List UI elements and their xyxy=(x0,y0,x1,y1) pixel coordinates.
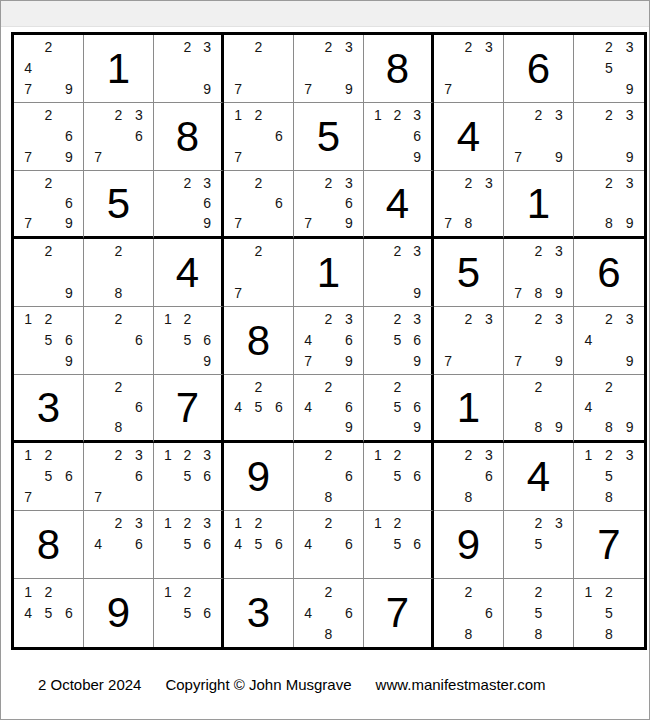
pencil-marks: 1267 xyxy=(228,105,289,167)
pencil-mark-6: 6 xyxy=(339,193,359,213)
footer: 2 October 2024Copyright © John Musgravew… xyxy=(38,676,546,693)
cell-r4c2[interactable]: 28 xyxy=(84,239,154,307)
pencil-mark-7: 7 xyxy=(228,78,248,99)
pencil-mark-7: 7 xyxy=(88,486,108,507)
pencil-mark-2: 2 xyxy=(38,445,58,466)
pencil-mark-1: 1 xyxy=(228,513,248,534)
pencil-mark-1: 1 xyxy=(158,309,178,330)
cell-r3c5[interactable]: 23679 xyxy=(294,171,364,239)
solved-digit: 4 xyxy=(364,171,431,236)
pencil-mark-2: 2 xyxy=(38,105,58,126)
pencil-marks: 2468 xyxy=(298,581,359,644)
pencil-mark-7: 7 xyxy=(508,350,528,371)
pencil-mark-6: 6 xyxy=(479,466,499,487)
pencil-marks: 2367 xyxy=(88,445,149,507)
pencil-mark-2: 2 xyxy=(599,581,620,602)
pencil-marks: 1256 xyxy=(368,445,427,507)
pencil-mark-6: 6 xyxy=(269,193,289,213)
cell-r1c5[interactable]: 2379 xyxy=(294,35,364,103)
cell-r1c9[interactable]: 2359 xyxy=(574,35,644,103)
pencil-mark-6: 6 xyxy=(339,397,359,417)
pencil-mark-7: 7 xyxy=(298,350,318,371)
pencil-mark-2: 2 xyxy=(108,241,128,262)
pencil-mark-7: 7 xyxy=(18,486,38,507)
cell-r8c8[interactable]: 235 xyxy=(504,511,574,579)
cell-r7c4[interactable]: 9 xyxy=(224,443,294,511)
pencil-mark-5: 5 xyxy=(599,602,620,623)
pencil-mark-2: 2 xyxy=(178,445,198,466)
pencil-marks: 268 xyxy=(88,377,149,437)
pencil-mark-2: 2 xyxy=(599,37,620,58)
pencil-mark-4: 4 xyxy=(88,534,108,555)
pencil-marks: 237 xyxy=(438,37,499,99)
pencil-mark-2: 2 xyxy=(528,309,548,330)
pencil-marks: 268 xyxy=(438,581,499,644)
pencil-mark-5: 5 xyxy=(178,602,198,623)
pencil-marks: 2378 xyxy=(438,173,499,233)
pencil-mark-2: 2 xyxy=(318,513,338,534)
pencil-mark-9: 9 xyxy=(619,350,640,371)
pencil-mark-1: 1 xyxy=(368,445,388,466)
pencil-mark-6: 6 xyxy=(269,534,289,555)
cell-r3c2[interactable]: 5 xyxy=(84,171,154,239)
pencil-mark-5: 5 xyxy=(528,534,548,555)
cell-r7c3[interactable]: 12356 xyxy=(154,443,224,511)
pencil-mark-2: 2 xyxy=(38,581,58,602)
pencil-mark-9: 9 xyxy=(339,350,359,371)
cell-r8c5[interactable]: 246 xyxy=(294,511,364,579)
cell-r2c1[interactable]: 2679 xyxy=(14,103,84,171)
cell-r9c4[interactable]: 3 xyxy=(224,579,294,647)
pencil-mark-6: 6 xyxy=(479,602,499,623)
cell-r6c3[interactable]: 7 xyxy=(154,375,224,443)
cell-r1c3[interactable]: 239 xyxy=(154,35,224,103)
pencil-marks: 12456 xyxy=(228,513,289,575)
cell-r2c5[interactable]: 5 xyxy=(294,103,364,171)
pencil-mark-5: 5 xyxy=(388,466,408,487)
cell-r8c4[interactable]: 12456 xyxy=(224,511,294,579)
cell-r6c2[interactable]: 268 xyxy=(84,375,154,443)
pencil-marks: 2379 xyxy=(508,105,569,167)
pencil-mark-2: 2 xyxy=(248,241,268,262)
cell-r1c8[interactable]: 6 xyxy=(504,35,574,103)
solved-digit: 8 xyxy=(224,307,293,374)
pencil-mark-2: 2 xyxy=(178,309,198,330)
pencil-mark-1: 1 xyxy=(578,445,599,466)
cell-r8c1[interactable]: 8 xyxy=(14,511,84,579)
cell-r2c6[interactable]: 12369 xyxy=(364,103,434,171)
solved-digit: 8 xyxy=(14,511,83,578)
cell-r5c8[interactable]: 2379 xyxy=(504,307,574,375)
cell-r5c1[interactable]: 12569 xyxy=(14,307,84,375)
cell-r2c2[interactable]: 2367 xyxy=(84,103,154,171)
pencil-mark-7: 7 xyxy=(18,146,38,167)
pencil-mark-6: 6 xyxy=(197,466,217,487)
cell-r2c7[interactable]: 4 xyxy=(434,103,504,171)
cell-r4c1[interactable]: 29 xyxy=(14,239,84,307)
pencil-mark-6: 6 xyxy=(197,534,217,555)
solved-digit: 7 xyxy=(154,375,221,440)
cell-r9c9[interactable]: 1258 xyxy=(574,579,644,647)
pencil-mark-7: 7 xyxy=(298,78,318,99)
cell-r5c5[interactable]: 234679 xyxy=(294,307,364,375)
pencil-mark-5: 5 xyxy=(248,397,268,417)
solved-digit: 9 xyxy=(84,579,153,647)
pencil-mark-8: 8 xyxy=(528,282,548,303)
cell-r5c7[interactable]: 237 xyxy=(434,307,504,375)
pencil-marks: 239 xyxy=(578,105,640,167)
pencil-mark-2: 2 xyxy=(248,377,268,397)
pencil-mark-2: 2 xyxy=(178,173,198,193)
pencil-marks: 258 xyxy=(508,581,569,644)
pencil-mark-1: 1 xyxy=(158,513,178,534)
pencil-mark-4: 4 xyxy=(18,602,38,623)
pencil-mark-2: 2 xyxy=(318,37,338,58)
pencil-mark-2: 2 xyxy=(528,241,548,262)
pencil-marks: 2679 xyxy=(18,105,79,167)
pencil-mark-3: 3 xyxy=(619,105,640,126)
pencil-mark-9: 9 xyxy=(59,213,79,233)
pencil-marks: 26 xyxy=(88,309,149,371)
pencil-mark-1: 1 xyxy=(228,105,248,126)
pencil-mark-4: 4 xyxy=(298,602,318,623)
pencil-marks: 2569 xyxy=(368,377,427,437)
solved-digit: 3 xyxy=(224,579,293,647)
pencil-mark-2: 2 xyxy=(599,309,620,330)
pencil-mark-5: 5 xyxy=(528,602,548,623)
pencil-mark-2: 2 xyxy=(388,377,408,397)
pencil-mark-5: 5 xyxy=(248,534,268,555)
pencil-mark-3: 3 xyxy=(619,37,640,58)
pencil-marks: 246 xyxy=(298,513,359,575)
pencil-mark-6: 6 xyxy=(407,126,427,147)
pencil-mark-7: 7 xyxy=(18,78,38,99)
pencil-marks: 1258 xyxy=(578,581,640,644)
pencil-mark-7: 7 xyxy=(298,213,318,233)
pencil-mark-3: 3 xyxy=(479,309,499,330)
cell-r9c3[interactable]: 1256 xyxy=(154,579,224,647)
pencil-mark-3: 3 xyxy=(339,173,359,193)
solved-digit: 8 xyxy=(364,35,431,102)
cell-r3c6[interactable]: 4 xyxy=(364,171,434,239)
pencil-mark-8: 8 xyxy=(318,486,338,507)
pencil-mark-7: 7 xyxy=(18,213,38,233)
cell-r4c9[interactable]: 6 xyxy=(574,239,644,307)
cell-r5c3[interactable]: 12569 xyxy=(154,307,224,375)
cell-r5c2[interactable]: 26 xyxy=(84,307,154,375)
cell-r5c6[interactable]: 23569 xyxy=(364,307,434,375)
pencil-mark-3: 3 xyxy=(407,241,427,262)
cell-r6c6[interactable]: 2569 xyxy=(364,375,434,443)
pencil-mark-9: 9 xyxy=(59,282,79,303)
pencil-mark-1: 1 xyxy=(18,309,38,330)
pencil-mark-5: 5 xyxy=(38,330,58,351)
cell-r1c7[interactable]: 237 xyxy=(434,35,504,103)
cell-r5c9[interactable]: 2349 xyxy=(574,307,644,375)
cell-r1c4[interactable]: 27 xyxy=(224,35,294,103)
pencil-mark-6: 6 xyxy=(59,602,79,623)
pencil-mark-9: 9 xyxy=(619,146,640,167)
pencil-mark-8: 8 xyxy=(599,417,620,437)
solved-digit: 5 xyxy=(294,103,363,170)
pencil-mark-6: 6 xyxy=(59,330,79,351)
pencil-mark-2: 2 xyxy=(528,105,548,126)
pencil-mark-7: 7 xyxy=(228,146,248,167)
solved-digit: 4 xyxy=(154,239,221,306)
cell-r2c4[interactable]: 1267 xyxy=(224,103,294,171)
pencil-mark-6: 6 xyxy=(407,397,427,417)
pencil-mark-6: 6 xyxy=(129,126,149,147)
cell-r3c4[interactable]: 267 xyxy=(224,171,294,239)
pencil-mark-3: 3 xyxy=(339,37,359,58)
pencil-mark-2: 2 xyxy=(38,37,58,58)
pencil-mark-5: 5 xyxy=(599,466,620,487)
sudoku-board: 2479123927237982376235926792367812675123… xyxy=(11,32,647,650)
cell-r7c2[interactable]: 2367 xyxy=(84,443,154,511)
pencil-mark-7: 7 xyxy=(438,213,458,233)
cell-r1c1[interactable]: 2479 xyxy=(14,35,84,103)
cell-r7c9[interactable]: 12358 xyxy=(574,443,644,511)
pencil-mark-9: 9 xyxy=(59,146,79,167)
pencil-marks: 2369 xyxy=(158,173,217,233)
cell-r6c9[interactable]: 2489 xyxy=(574,375,644,443)
pencil-mark-9: 9 xyxy=(197,78,217,99)
pencil-marks: 27 xyxy=(228,241,289,303)
cell-r9c8[interactable]: 258 xyxy=(504,579,574,647)
pencil-mark-5: 5 xyxy=(388,534,408,555)
cell-r8c7[interactable]: 9 xyxy=(434,511,504,579)
pencil-mark-2: 2 xyxy=(388,513,408,534)
pencil-mark-7: 7 xyxy=(508,146,528,167)
cell-r9c2[interactable]: 9 xyxy=(84,579,154,647)
pencil-mark-9: 9 xyxy=(197,350,217,371)
pencil-mark-5: 5 xyxy=(388,330,408,351)
pencil-mark-3: 3 xyxy=(197,513,217,534)
pencil-mark-3: 3 xyxy=(619,445,640,466)
cell-r2c3[interactable]: 8 xyxy=(154,103,224,171)
pencil-marks: 27 xyxy=(228,37,289,99)
pencil-mark-1: 1 xyxy=(18,581,38,602)
pencil-mark-5: 5 xyxy=(178,534,198,555)
pencil-marks: 28 xyxy=(88,241,149,303)
pencil-mark-8: 8 xyxy=(599,213,620,233)
pencil-mark-2: 2 xyxy=(528,377,548,397)
pencil-mark-2: 2 xyxy=(178,581,198,602)
pencil-mark-9: 9 xyxy=(619,213,640,233)
cell-r8c6[interactable]: 1256 xyxy=(364,511,434,579)
pencil-mark-6: 6 xyxy=(129,534,149,555)
pencil-mark-9: 9 xyxy=(619,78,640,99)
cell-r5c4[interactable]: 8 xyxy=(224,307,294,375)
cell-r3c8[interactable]: 1 xyxy=(504,171,574,239)
pencil-mark-2: 2 xyxy=(388,445,408,466)
pencil-marks: 2489 xyxy=(578,377,640,437)
pencil-mark-3: 3 xyxy=(197,37,217,58)
pencil-mark-6: 6 xyxy=(339,466,359,487)
pencil-mark-3: 3 xyxy=(619,309,640,330)
pencil-mark-6: 6 xyxy=(59,466,79,487)
pencil-mark-2: 2 xyxy=(458,445,478,466)
pencil-mark-8: 8 xyxy=(108,282,128,303)
pencil-marks: 29 xyxy=(18,241,79,303)
pencil-mark-9: 9 xyxy=(407,282,427,303)
pencil-mark-9: 9 xyxy=(339,213,359,233)
pencil-mark-1: 1 xyxy=(368,105,388,126)
pencil-mark-2: 2 xyxy=(248,173,268,193)
pencil-mark-5: 5 xyxy=(38,466,58,487)
pencil-marks: 12569 xyxy=(18,309,79,371)
cell-r3c1[interactable]: 2679 xyxy=(14,171,84,239)
cell-r3c3[interactable]: 2369 xyxy=(154,171,224,239)
solved-digit: 4 xyxy=(504,443,573,510)
pencil-mark-2: 2 xyxy=(108,513,128,534)
cell-r6c7[interactable]: 1 xyxy=(434,375,504,443)
pencil-marks: 2346 xyxy=(88,513,149,575)
pencil-mark-1: 1 xyxy=(18,445,38,466)
pencil-mark-3: 3 xyxy=(479,173,499,193)
cell-r8c3[interactable]: 12356 xyxy=(154,511,224,579)
cell-r6c8[interactable]: 289 xyxy=(504,375,574,443)
pencil-marks: 12569 xyxy=(158,309,217,371)
cell-r7c8[interactable]: 4 xyxy=(504,443,574,511)
solved-digit: 1 xyxy=(84,35,153,102)
cell-r4c5[interactable]: 1 xyxy=(294,239,364,307)
pencil-mark-3: 3 xyxy=(479,37,499,58)
cell-r7c7[interactable]: 2368 xyxy=(434,443,504,511)
pencil-mark-2: 2 xyxy=(388,105,408,126)
pencil-marks: 2349 xyxy=(578,309,640,371)
cell-r6c1[interactable]: 3 xyxy=(14,375,84,443)
pencil-mark-9: 9 xyxy=(339,78,359,99)
pencil-mark-2: 2 xyxy=(108,377,128,397)
cell-r9c7[interactable]: 268 xyxy=(434,579,504,647)
solved-digit: 1 xyxy=(504,171,573,236)
pencil-marks: 23569 xyxy=(368,309,427,371)
cell-r9c6[interactable]: 7 xyxy=(364,579,434,647)
footer-date: 2 October 2024 xyxy=(38,676,141,693)
pencil-marks: 2359 xyxy=(578,37,640,99)
pencil-mark-4: 4 xyxy=(228,534,248,555)
solved-digit: 1 xyxy=(434,375,503,440)
pencil-mark-6: 6 xyxy=(197,330,217,351)
pencil-mark-2: 2 xyxy=(599,173,620,193)
pencil-mark-4: 4 xyxy=(578,397,599,417)
pencil-mark-2: 2 xyxy=(458,37,478,58)
pencil-mark-3: 3 xyxy=(549,241,569,262)
cell-r4c6[interactable]: 239 xyxy=(364,239,434,307)
pencil-mark-2: 2 xyxy=(318,173,338,193)
pencil-mark-8: 8 xyxy=(528,623,548,644)
cell-r7c1[interactable]: 12567 xyxy=(14,443,84,511)
pencil-mark-2: 2 xyxy=(458,173,478,193)
pencil-marks: 2679 xyxy=(18,173,79,233)
pencil-mark-7: 7 xyxy=(228,213,248,233)
pencil-mark-9: 9 xyxy=(407,146,427,167)
pencil-mark-5: 5 xyxy=(178,330,198,351)
pencil-marks: 235 xyxy=(508,513,569,575)
pencil-mark-2: 2 xyxy=(38,241,58,262)
cell-r3c9[interactable]: 2389 xyxy=(574,171,644,239)
pencil-marks: 12356 xyxy=(158,445,217,507)
pencil-mark-2: 2 xyxy=(458,309,478,330)
pencil-mark-6: 6 xyxy=(129,330,149,351)
solved-digit: 4 xyxy=(434,103,503,170)
cell-r2c8[interactable]: 2379 xyxy=(504,103,574,171)
pencil-mark-2: 2 xyxy=(178,37,198,58)
pencil-mark-4: 4 xyxy=(18,58,38,79)
pencil-mark-6: 6 xyxy=(129,397,149,417)
cell-r4c8[interactable]: 23789 xyxy=(504,239,574,307)
cell-r4c3[interactable]: 4 xyxy=(154,239,224,307)
cell-r8c2[interactable]: 2346 xyxy=(84,511,154,579)
pencil-mark-2: 2 xyxy=(318,445,338,466)
cell-r1c6[interactable]: 8 xyxy=(364,35,434,103)
pencil-mark-6: 6 xyxy=(197,193,217,213)
pencil-mark-2: 2 xyxy=(38,309,58,330)
pencil-marks: 2456 xyxy=(228,377,289,437)
pencil-mark-2: 2 xyxy=(318,309,338,330)
pencil-mark-4: 4 xyxy=(228,397,248,417)
pencil-mark-2: 2 xyxy=(318,581,338,602)
pencil-mark-6: 6 xyxy=(129,466,149,487)
pencil-marks: 2379 xyxy=(508,309,569,371)
cell-r9c5[interactable]: 2468 xyxy=(294,579,364,647)
pencil-marks: 23789 xyxy=(508,241,569,303)
pencil-marks: 12369 xyxy=(368,105,427,167)
pencil-mark-7: 7 xyxy=(88,146,108,167)
pencil-marks: 234679 xyxy=(298,309,359,371)
pencil-mark-7: 7 xyxy=(228,282,248,303)
cell-r6c5[interactable]: 2469 xyxy=(294,375,364,443)
cell-r1c2[interactable]: 1 xyxy=(84,35,154,103)
pencil-mark-2: 2 xyxy=(248,105,268,126)
pencil-mark-3: 3 xyxy=(479,445,499,466)
pencil-mark-3: 3 xyxy=(129,445,149,466)
pencil-marks: 12358 xyxy=(578,445,640,507)
solved-digit: 9 xyxy=(224,443,293,510)
cell-r4c7[interactable]: 5 xyxy=(434,239,504,307)
pencil-mark-7: 7 xyxy=(438,350,458,371)
pencil-mark-9: 9 xyxy=(549,146,569,167)
cell-r2c9[interactable]: 239 xyxy=(574,103,644,171)
footer-website: www.manifestmaster.com xyxy=(376,676,546,693)
pencil-mark-2: 2 xyxy=(248,37,268,58)
pencil-mark-8: 8 xyxy=(318,623,338,644)
pencil-mark-2: 2 xyxy=(388,309,408,330)
cell-r6c4[interactable]: 2456 xyxy=(224,375,294,443)
pencil-mark-6: 6 xyxy=(407,534,427,555)
cell-r9c1[interactable]: 12456 xyxy=(14,579,84,647)
footer-copyright: Copyright © John Musgrave xyxy=(165,676,351,693)
pencil-marks: 267 xyxy=(228,173,289,233)
pencil-mark-8: 8 xyxy=(458,486,478,507)
cell-r4c4[interactable]: 27 xyxy=(224,239,294,307)
solved-digit: 6 xyxy=(504,35,573,102)
cell-r7c6[interactable]: 1256 xyxy=(364,443,434,511)
pencil-mark-6: 6 xyxy=(339,534,359,555)
cell-r7c5[interactable]: 268 xyxy=(294,443,364,511)
pencil-mark-2: 2 xyxy=(108,309,128,330)
pencil-mark-5: 5 xyxy=(38,602,58,623)
pencil-mark-4: 4 xyxy=(298,397,318,417)
cell-r3c7[interactable]: 2378 xyxy=(434,171,504,239)
pencil-mark-2: 2 xyxy=(178,513,198,534)
pencil-mark-2: 2 xyxy=(318,377,338,397)
pencil-mark-2: 2 xyxy=(108,445,128,466)
cell-r8c9[interactable]: 7 xyxy=(574,511,644,579)
pencil-mark-5: 5 xyxy=(388,397,408,417)
pencil-mark-9: 9 xyxy=(197,213,217,233)
